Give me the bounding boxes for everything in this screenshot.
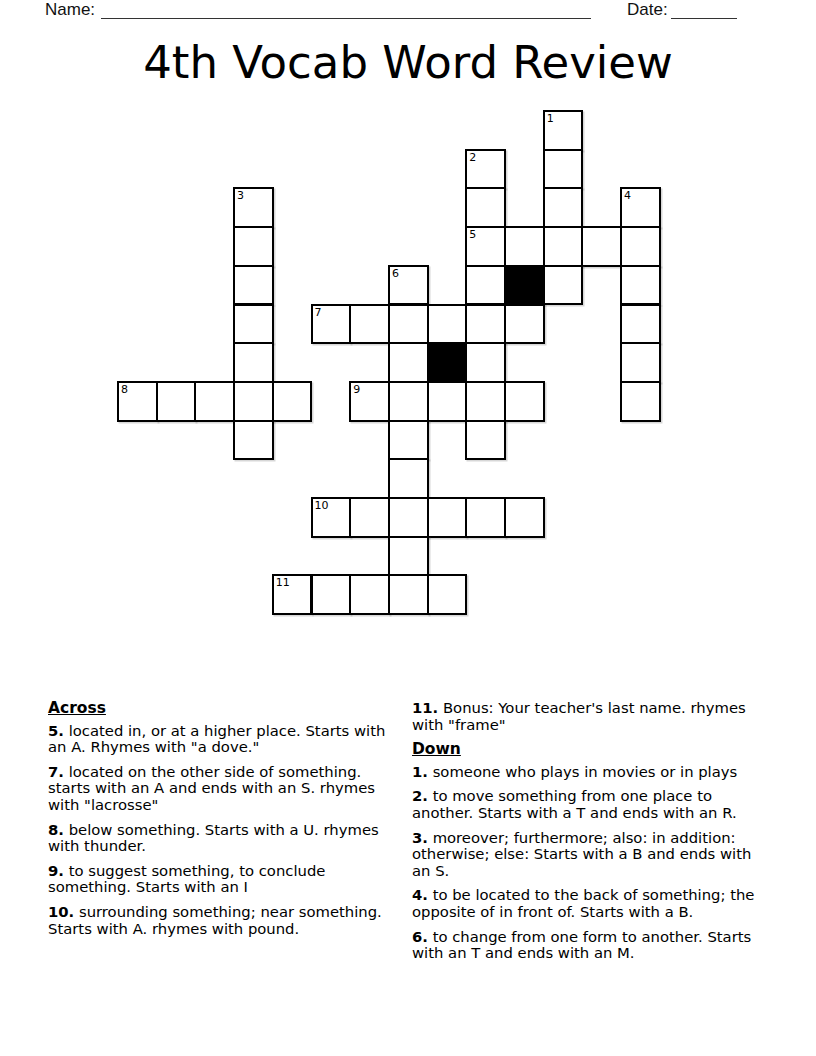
cell-r4c11[interactable]: [543, 265, 584, 306]
cell-r10c10[interactable]: [504, 497, 545, 538]
clue-across-10: 10. surrounding something; near somethin…: [48, 904, 406, 937]
cell-r3c9[interactable]: 5: [465, 226, 506, 267]
cell-r10c6[interactable]: [349, 497, 390, 538]
cell-r6c9[interactable]: [465, 342, 506, 383]
clue-text: surrounding something; near something. S…: [48, 903, 382, 937]
clue-text: to move something from one place to anot…: [412, 787, 737, 821]
cell-r5c5[interactable]: 7: [311, 304, 352, 345]
cell-r8c7[interactable]: [388, 420, 429, 461]
cell-r7c4[interactable]: [272, 381, 313, 422]
down-clues-column: 11. Bonus: Your teacher's last name. rhy…: [412, 700, 770, 970]
cell-r5c6[interactable]: [349, 304, 390, 345]
down-heading: Down: [412, 741, 770, 758]
cell-r4c13[interactable]: [620, 265, 661, 306]
clue-number: 5.: [48, 722, 64, 739]
clue-across-7: 7. located on the other side of somethin…: [48, 764, 406, 814]
cell-r7c8[interactable]: [427, 381, 468, 422]
cell-r5c3[interactable]: [233, 304, 274, 345]
clue-text: below something. Starts with a U. rhymes…: [48, 821, 379, 855]
cell-r4c3[interactable]: [233, 265, 274, 306]
clue-across-5: 5. located in, or at a higher place. Sta…: [48, 723, 406, 756]
clue-text: to be located to the back of something; …: [412, 886, 754, 920]
cell-r5c9[interactable]: [465, 304, 506, 345]
cell-r1c9[interactable]: 2: [465, 149, 506, 190]
cell-r6c13[interactable]: [620, 342, 661, 383]
clue-down-2: 2. to move something from one place to a…: [412, 788, 770, 821]
cell-r7c6[interactable]: 9: [349, 381, 390, 422]
clue-text: to suggest something, to conclude someth…: [48, 862, 325, 896]
name-label: Name:: [45, 0, 95, 20]
cell-r10c5[interactable]: 10: [311, 497, 352, 538]
clue-number: 2.: [412, 787, 428, 804]
clue-down-3: 3. moreover; furthermore; also: in addit…: [412, 830, 770, 880]
date-fill-line[interactable]: [671, 18, 737, 19]
crossword-grid: 1234567891011: [117, 110, 663, 616]
cell-number-2: 2: [469, 151, 476, 164]
cell-r5c10[interactable]: [504, 304, 545, 345]
cell-r7c13[interactable]: [620, 381, 661, 422]
clue-across-9: 9. to suggest something, to conclude som…: [48, 863, 406, 896]
clue-number: 9.: [48, 862, 64, 879]
cell-r3c3[interactable]: [233, 226, 274, 267]
cell-r12c6[interactable]: [349, 574, 390, 615]
cell-r7c2[interactable]: [194, 381, 235, 422]
cell-number-9: 9: [353, 383, 360, 396]
clue-across-11: 11. Bonus: Your teacher's last name. rhy…: [412, 700, 770, 733]
cell-number-7: 7: [315, 306, 322, 319]
across-clues-column: Across 5. located in, or at a higher pla…: [48, 700, 406, 945]
clue-text: moreover; furthermore; also: in addition…: [412, 829, 751, 879]
cell-number-5: 5: [469, 228, 476, 241]
cell-r12c8[interactable]: [427, 574, 468, 615]
cell-r6c3[interactable]: [233, 342, 274, 383]
cell-r5c8[interactable]: [427, 304, 468, 345]
clue-number: 10.: [48, 903, 74, 920]
cell-r6c7[interactable]: [388, 342, 429, 383]
name-fill-line[interactable]: [101, 18, 591, 19]
cell-r10c8[interactable]: [427, 497, 468, 538]
date-label: Date:: [627, 0, 668, 20]
clue-text: to change from one form to another. Star…: [412, 928, 751, 962]
cell-r9c7[interactable]: [388, 458, 429, 499]
cell-r7c7[interactable]: [388, 381, 429, 422]
clue-across-8: 8. below something. Starts with a U. rhy…: [48, 822, 406, 855]
clue-text: Bonus: Your teacher's last name. rhymes …: [412, 699, 746, 733]
cell-number-6: 6: [392, 267, 399, 280]
cell-r3c12[interactable]: [581, 226, 622, 267]
cell-number-1: 1: [547, 112, 554, 125]
cell-r0c11[interactable]: 1: [543, 110, 584, 151]
cell-r7c10[interactable]: [504, 381, 545, 422]
cell-r12c7[interactable]: [388, 574, 429, 615]
cell-r10c9[interactable]: [465, 497, 506, 538]
cell-r2c9[interactable]: [465, 187, 506, 228]
cell-r2c13[interactable]: 4: [620, 187, 661, 228]
block-cell-r4c10: [504, 265, 545, 306]
page-title: 4th Vocab Word Review: [0, 36, 816, 89]
cell-number-11: 11: [276, 576, 290, 589]
cell-r7c9[interactable]: [465, 381, 506, 422]
cell-r2c11[interactable]: [543, 187, 584, 228]
cell-r5c7[interactable]: [388, 304, 429, 345]
clue-number: 1.: [412, 763, 428, 780]
cell-r3c13[interactable]: [620, 226, 661, 267]
clue-down-1: 1. someone who plays in movies or in pla…: [412, 764, 770, 781]
clue-down-6: 6. to change from one form to another. S…: [412, 929, 770, 962]
block-cell-r6c8: [427, 342, 468, 383]
clue-text: located in, or at a higher place. Starts…: [48, 722, 385, 756]
clue-number: 4.: [412, 886, 428, 903]
cell-r7c3[interactable]: [233, 381, 274, 422]
cell-r8c3[interactable]: [233, 420, 274, 461]
cell-r4c9[interactable]: [465, 265, 506, 306]
cell-r11c7[interactable]: [388, 536, 429, 577]
cell-r10c7[interactable]: [388, 497, 429, 538]
cell-r7c0[interactable]: 8: [117, 381, 158, 422]
cell-number-3: 3: [237, 189, 244, 202]
cell-r12c4[interactable]: 11: [272, 574, 313, 615]
across-heading: Across: [48, 700, 406, 717]
cell-number-10: 10: [315, 499, 329, 512]
cell-r1c11[interactable]: [543, 149, 584, 190]
clue-number: 8.: [48, 821, 64, 838]
cell-r12c5[interactable]: [311, 574, 352, 615]
clue-text: located on the other side of something. …: [48, 763, 375, 813]
clue-number: 6.: [412, 928, 428, 945]
worksheet-page: Name: Date: 4th Vocab Word Review 123456…: [0, 0, 816, 1056]
cell-r3c10[interactable]: [504, 226, 545, 267]
clue-text: someone who plays in movies or in plays: [433, 763, 738, 780]
cell-r8c9[interactable]: [465, 420, 506, 461]
cell-r2c3[interactable]: 3: [233, 187, 274, 228]
clue-number: 3.: [412, 829, 428, 846]
cell-r3c11[interactable]: [543, 226, 584, 267]
cell-number-4: 4: [624, 189, 631, 202]
clue-number: 11.: [412, 699, 438, 716]
cell-r5c13[interactable]: [620, 304, 661, 345]
cell-number-8: 8: [121, 383, 128, 396]
cell-r7c1[interactable]: [156, 381, 197, 422]
cell-r4c7[interactable]: 6: [388, 265, 429, 306]
clue-down-4: 4. to be located to the back of somethin…: [412, 887, 770, 920]
clue-number: 7.: [48, 763, 64, 780]
